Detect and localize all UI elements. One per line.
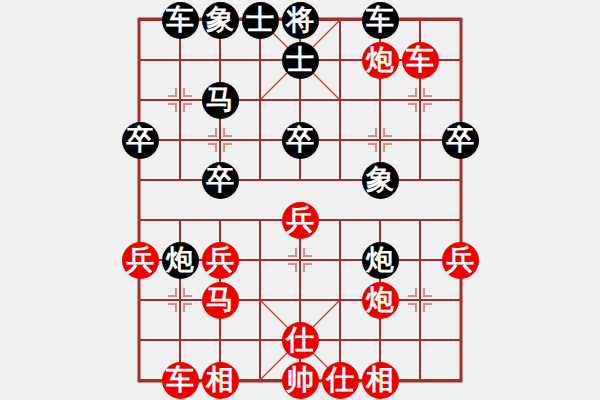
point-0-0[interactable] — [120, 0, 160, 40]
point-5-1[interactable] — [320, 40, 360, 80]
black-elephant-river[interactable]: 象 — [362, 162, 399, 199]
point-3-9[interactable] — [240, 360, 280, 400]
point-2-8[interactable] — [200, 320, 240, 360]
black-chariot-right[interactable]: 车 — [362, 2, 399, 39]
point-0-8[interactable] — [120, 320, 160, 360]
point-0-3[interactable]: 卒 — [120, 120, 160, 160]
point-7-1[interactable]: 车 — [400, 40, 440, 80]
point-5-8[interactable] — [320, 320, 360, 360]
point-3-1[interactable] — [240, 40, 280, 80]
red-elephant-left[interactable]: 相 — [202, 362, 239, 399]
point-3-4[interactable] — [240, 160, 280, 200]
point-6-6[interactable]: 炮 — [360, 240, 400, 280]
point-0-5[interactable] — [120, 200, 160, 240]
point-6-2[interactable] — [360, 80, 400, 120]
black-general[interactable]: 将 — [282, 2, 319, 39]
point-6-1[interactable]: 炮 — [360, 40, 400, 80]
red-cannon-advanced[interactable]: 炮 — [362, 42, 399, 79]
black-soldier-e[interactable]: 卒 — [442, 122, 479, 159]
point-1-4[interactable] — [160, 160, 200, 200]
point-1-7[interactable] — [160, 280, 200, 320]
point-1-9[interactable]: 车 — [160, 360, 200, 400]
black-soldier-a[interactable]: 卒 — [122, 122, 159, 159]
point-2-6[interactable]: 兵 — [200, 240, 240, 280]
point-0-9[interactable] — [120, 360, 160, 400]
point-2-7[interactable]: 马 — [200, 280, 240, 320]
point-4-0[interactable]: 将 — [280, 0, 320, 40]
point-3-8[interactable] — [240, 320, 280, 360]
point-7-5[interactable] — [400, 200, 440, 240]
point-7-8[interactable] — [400, 320, 440, 360]
point-4-8[interactable]: 仕 — [280, 320, 320, 360]
point-6-0[interactable]: 车 — [360, 0, 400, 40]
red-advisor-right[interactable]: 仕 — [322, 362, 359, 399]
point-2-2[interactable]: 马 — [200, 80, 240, 120]
red-horse[interactable]: 马 — [202, 282, 239, 319]
point-7-2[interactable] — [400, 80, 440, 120]
point-4-2[interactable] — [280, 80, 320, 120]
point-0-1[interactable] — [120, 40, 160, 80]
point-4-4[interactable] — [280, 160, 320, 200]
point-1-6[interactable]: 炮 — [160, 240, 200, 280]
point-4-3[interactable]: 卒 — [280, 120, 320, 160]
point-5-7[interactable] — [320, 280, 360, 320]
red-general[interactable]: 帅 — [282, 362, 319, 399]
point-1-2[interactable] — [160, 80, 200, 120]
point-0-6[interactable]: 兵 — [120, 240, 160, 280]
red-soldier-b[interactable]: 兵 — [202, 242, 239, 279]
point-6-3[interactable] — [360, 120, 400, 160]
point-0-2[interactable] — [120, 80, 160, 120]
point-6-8[interactable] — [360, 320, 400, 360]
point-4-7[interactable] — [280, 280, 320, 320]
red-elephant-right[interactable]: 相 — [362, 362, 399, 399]
point-7-7[interactable] — [400, 280, 440, 320]
point-4-9[interactable]: 帅 — [280, 360, 320, 400]
point-2-4[interactable]: 卒 — [200, 160, 240, 200]
red-soldier-center[interactable]: 兵 — [282, 202, 319, 239]
point-5-2[interactable] — [320, 80, 360, 120]
point-8-3[interactable]: 卒 — [440, 120, 480, 160]
point-3-5[interactable] — [240, 200, 280, 240]
point-7-9[interactable] — [400, 360, 440, 400]
point-2-1[interactable] — [200, 40, 240, 80]
point-0-4[interactable] — [120, 160, 160, 200]
point-8-0[interactable] — [440, 0, 480, 40]
point-8-2[interactable] — [440, 80, 480, 120]
point-6-7[interactable]: 炮 — [360, 280, 400, 320]
black-cannon-right[interactable]: 炮 — [362, 242, 399, 279]
point-8-4[interactable] — [440, 160, 480, 200]
red-chariot-advanced[interactable]: 车 — [402, 42, 439, 79]
point-1-5[interactable] — [160, 200, 200, 240]
point-3-6[interactable] — [240, 240, 280, 280]
black-advisor-left[interactable]: 士 — [242, 2, 279, 39]
point-8-6[interactable]: 兵 — [440, 240, 480, 280]
red-soldier-a[interactable]: 兵 — [122, 242, 159, 279]
xiangqi-board-screen: 车象士将车士炮车马卒卒卒卒象兵兵炮兵炮兵马炮仕车相帅仕相 xiangqi — [0, 0, 600, 400]
point-7-6[interactable] — [400, 240, 440, 280]
point-1-1[interactable] — [160, 40, 200, 80]
point-5-3[interactable] — [320, 120, 360, 160]
point-8-7[interactable] — [440, 280, 480, 320]
red-chariot-home[interactable]: 车 — [162, 362, 199, 399]
point-6-4[interactable]: 象 — [360, 160, 400, 200]
point-3-2[interactable] — [240, 80, 280, 120]
point-2-9[interactable]: 相 — [200, 360, 240, 400]
black-elephant-left[interactable]: 象 — [202, 2, 239, 39]
black-advisor-center[interactable]: 士 — [282, 42, 319, 79]
red-advisor-center[interactable]: 仕 — [282, 322, 319, 359]
black-horse[interactable]: 马 — [202, 82, 239, 119]
point-4-6[interactable] — [280, 240, 320, 280]
xiangqi-grid: 车象士将车士炮车马卒卒卒卒象兵兵炮兵炮兵马炮仕车相帅仕相 — [120, 0, 480, 400]
black-chariot-left[interactable]: 车 — [162, 2, 199, 39]
point-6-5[interactable] — [360, 200, 400, 240]
point-2-3[interactable] — [200, 120, 240, 160]
point-5-6[interactable] — [320, 240, 360, 280]
point-3-3[interactable] — [240, 120, 280, 160]
point-8-9[interactable] — [440, 360, 480, 400]
point-5-0[interactable] — [320, 0, 360, 40]
point-8-1[interactable] — [440, 40, 480, 80]
point-6-9[interactable]: 相 — [360, 360, 400, 400]
point-8-8[interactable] — [440, 320, 480, 360]
point-5-5[interactable] — [320, 200, 360, 240]
point-8-5[interactable] — [440, 200, 480, 240]
point-1-3[interactable] — [160, 120, 200, 160]
black-cannon-left[interactable]: 炮 — [162, 242, 199, 279]
point-7-3[interactable] — [400, 120, 440, 160]
point-2-0[interactable]: 象 — [200, 0, 240, 40]
point-3-7[interactable] — [240, 280, 280, 320]
black-soldier-c[interactable]: 卒 — [282, 122, 319, 159]
red-cannon-home[interactable]: 炮 — [362, 282, 399, 319]
point-2-5[interactable] — [200, 200, 240, 240]
point-4-5[interactable]: 兵 — [280, 200, 320, 240]
point-7-4[interactable] — [400, 160, 440, 200]
point-7-0[interactable] — [400, 0, 440, 40]
black-soldier-b[interactable]: 卒 — [202, 162, 239, 199]
point-0-7[interactable] — [120, 280, 160, 320]
point-4-1[interactable]: 士 — [280, 40, 320, 80]
point-1-0[interactable]: 车 — [160, 0, 200, 40]
point-5-4[interactable] — [320, 160, 360, 200]
red-soldier-e[interactable]: 兵 — [442, 242, 479, 279]
point-3-0[interactable]: 士 — [240, 0, 280, 40]
point-5-9[interactable]: 仕 — [320, 360, 360, 400]
point-1-8[interactable] — [160, 320, 200, 360]
